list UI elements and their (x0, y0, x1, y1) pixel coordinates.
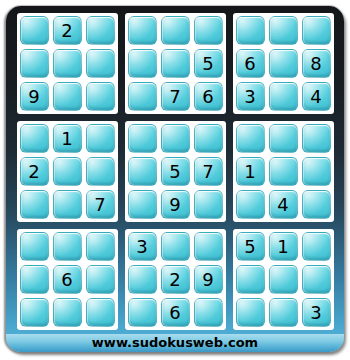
cell-r8c9[interactable] (302, 265, 331, 294)
cell-r8c7[interactable] (236, 265, 265, 294)
cell-r9c4[interactable] (128, 298, 157, 327)
cell-r7c2[interactable] (53, 232, 82, 261)
cell-r7c8[interactable]: 1 (269, 232, 298, 261)
cell-r7c3[interactable] (86, 232, 115, 261)
cell-r8c8[interactable] (269, 265, 298, 294)
sudoku-board: 2957668341275791463296513 www.sudokusweb… (0, 0, 350, 360)
cell-r1c1[interactable] (20, 16, 49, 45)
cell-r3c9[interactable]: 4 (302, 82, 331, 111)
cell-r6c7[interactable] (236, 190, 265, 219)
cell-r4c7[interactable] (236, 124, 265, 153)
cell-r5c7[interactable]: 1 (236, 157, 265, 186)
cell-r1c9[interactable] (302, 16, 331, 45)
cell-r6c9[interactable] (302, 190, 331, 219)
box-2: 576 (125, 13, 226, 114)
cell-r8c4[interactable] (128, 265, 157, 294)
cell-r4c4[interactable] (128, 124, 157, 153)
cell-r7c5[interactable] (161, 232, 190, 261)
cell-r5c8[interactable] (269, 157, 298, 186)
cell-r3c8[interactable] (269, 82, 298, 111)
cell-r6c4[interactable] (128, 190, 157, 219)
cell-r5c3[interactable] (86, 157, 115, 186)
box-3: 6834 (233, 13, 334, 114)
cell-r6c3[interactable]: 7 (86, 190, 115, 219)
cell-r5c4[interactable] (128, 157, 157, 186)
cell-r4c8[interactable] (269, 124, 298, 153)
cell-r2c4[interactable] (128, 49, 157, 78)
sudoku-grid: 2957668341275791463296513 (17, 13, 334, 330)
cell-r3c4[interactable] (128, 82, 157, 111)
cell-r2c5[interactable] (161, 49, 190, 78)
cell-r3c6[interactable]: 6 (194, 82, 223, 111)
cell-r8c5[interactable]: 2 (161, 265, 190, 294)
cell-r9c6[interactable] (194, 298, 223, 327)
cell-r2c9[interactable]: 8 (302, 49, 331, 78)
cell-r4c2[interactable]: 1 (53, 124, 82, 153)
cell-r5c6[interactable]: 7 (194, 157, 223, 186)
cell-r2c6[interactable]: 5 (194, 49, 223, 78)
cell-r6c2[interactable] (53, 190, 82, 219)
cell-r1c7[interactable] (236, 16, 265, 45)
cell-r6c8[interactable]: 4 (269, 190, 298, 219)
cell-r7c4[interactable]: 3 (128, 232, 157, 261)
board-plaque: 2957668341275791463296513 www.sudokusweb… (6, 6, 344, 352)
cell-r8c1[interactable] (20, 265, 49, 294)
cell-r3c7[interactable]: 3 (236, 82, 265, 111)
cell-r2c2[interactable] (53, 49, 82, 78)
cell-r2c7[interactable]: 6 (236, 49, 265, 78)
cell-r4c1[interactable] (20, 124, 49, 153)
cell-r7c7[interactable]: 5 (236, 232, 265, 261)
cell-r9c7[interactable] (236, 298, 265, 327)
cell-r3c5[interactable]: 7 (161, 82, 190, 111)
cell-r8c2[interactable]: 6 (53, 265, 82, 294)
cell-r6c6[interactable] (194, 190, 223, 219)
cell-r1c5[interactable] (161, 16, 190, 45)
box-9: 513 (233, 229, 334, 330)
cell-r4c5[interactable] (161, 124, 190, 153)
cell-r4c6[interactable] (194, 124, 223, 153)
box-8: 3296 (125, 229, 226, 330)
cell-r9c2[interactable] (53, 298, 82, 327)
cell-r7c9[interactable] (302, 232, 331, 261)
box-1: 29 (17, 13, 118, 114)
box-6: 14 (233, 121, 334, 222)
cell-r7c1[interactable] (20, 232, 49, 261)
cell-r7c6[interactable] (194, 232, 223, 261)
cell-r1c6[interactable] (194, 16, 223, 45)
cell-r1c8[interactable] (269, 16, 298, 45)
cell-r3c2[interactable] (53, 82, 82, 111)
site-link[interactable]: www.sudokusweb.com (92, 335, 258, 350)
cell-r2c1[interactable] (20, 49, 49, 78)
cell-r5c2[interactable] (53, 157, 82, 186)
cell-r3c1[interactable]: 9 (20, 82, 49, 111)
cell-r9c1[interactable] (20, 298, 49, 327)
cell-r1c3[interactable] (86, 16, 115, 45)
cell-r5c1[interactable]: 2 (20, 157, 49, 186)
cell-r2c8[interactable] (269, 49, 298, 78)
box-5: 579 (125, 121, 226, 222)
cell-r9c3[interactable] (86, 298, 115, 327)
cell-r4c9[interactable] (302, 124, 331, 153)
box-4: 127 (17, 121, 118, 222)
cell-r1c4[interactable] (128, 16, 157, 45)
cell-r9c9[interactable]: 3 (302, 298, 331, 327)
footer-bar: www.sudokusweb.com (6, 334, 344, 352)
cell-r6c5[interactable]: 9 (161, 190, 190, 219)
cell-r5c5[interactable]: 5 (161, 157, 190, 186)
cell-r2c3[interactable] (86, 49, 115, 78)
box-7: 6 (17, 229, 118, 330)
cell-r8c3[interactable] (86, 265, 115, 294)
cell-r3c3[interactable] (86, 82, 115, 111)
cell-r5c9[interactable] (302, 157, 331, 186)
cell-r9c5[interactable]: 6 (161, 298, 190, 327)
cell-r6c1[interactable] (20, 190, 49, 219)
cell-r8c6[interactable]: 9 (194, 265, 223, 294)
cell-r4c3[interactable] (86, 124, 115, 153)
cell-r9c8[interactable] (269, 298, 298, 327)
cell-r1c2[interactable]: 2 (53, 16, 82, 45)
